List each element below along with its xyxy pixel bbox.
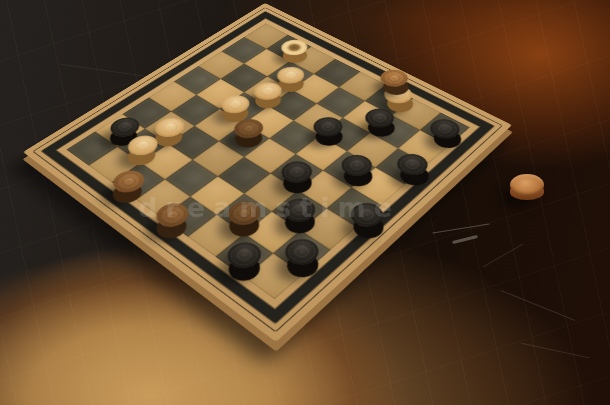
watermark-text: dreamstime bbox=[138, 192, 400, 223]
off-board-piece[interactable] bbox=[510, 174, 544, 202]
off-board-piece-top bbox=[510, 174, 544, 196]
photo-scene: dreamstime bbox=[0, 0, 610, 405]
